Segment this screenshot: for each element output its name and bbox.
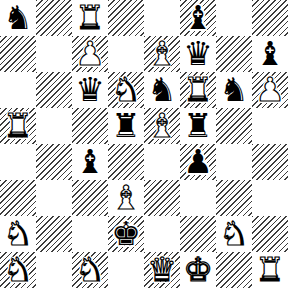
square-a6[interactable] bbox=[0, 72, 36, 108]
square-a8[interactable]: ♞ bbox=[0, 0, 36, 36]
square-e7[interactable]: ♝ bbox=[144, 36, 180, 72]
square-c5[interactable] bbox=[72, 108, 108, 144]
square-c2[interactable] bbox=[72, 216, 108, 252]
square-f7[interactable]: ♛ bbox=[180, 36, 216, 72]
square-f2[interactable] bbox=[180, 216, 216, 252]
square-b4[interactable] bbox=[36, 144, 72, 180]
white-bishop-icon: ♝ bbox=[147, 36, 177, 72]
square-d5[interactable]: ♜ bbox=[108, 108, 144, 144]
black-queen-icon: ♛ bbox=[75, 72, 105, 108]
square-g1[interactable] bbox=[216, 252, 252, 288]
square-a5[interactable]: ♜ bbox=[0, 108, 36, 144]
square-d3[interactable]: ♝ bbox=[108, 180, 144, 216]
white-pawn-icon: ♟ bbox=[75, 36, 105, 72]
square-d2[interactable]: ♚ bbox=[108, 216, 144, 252]
square-a7[interactable] bbox=[0, 36, 36, 72]
square-g5[interactable] bbox=[216, 108, 252, 144]
white-rook-icon: ♜ bbox=[75, 0, 105, 36]
square-h1[interactable]: ♜ bbox=[252, 252, 288, 288]
square-g7[interactable] bbox=[216, 36, 252, 72]
square-c3[interactable] bbox=[72, 180, 108, 216]
square-h5[interactable] bbox=[252, 108, 288, 144]
square-b5[interactable] bbox=[36, 108, 72, 144]
square-b1[interactable] bbox=[36, 252, 72, 288]
square-e1[interactable]: ♛ bbox=[144, 252, 180, 288]
square-h7[interactable]: ♝ bbox=[252, 36, 288, 72]
square-f1[interactable]: ♚ bbox=[180, 252, 216, 288]
square-b6[interactable] bbox=[36, 72, 72, 108]
black-knight-icon: ♞ bbox=[3, 0, 33, 36]
chess-board: ♞♜♝♟♝♛♝♛♞♞♜♞♟♜♜♝♜♝♟♝♞♚♞♞♞♛♚♜ bbox=[0, 0, 288, 288]
white-bishop-icon: ♝ bbox=[111, 180, 141, 216]
square-h2[interactable] bbox=[252, 216, 288, 252]
white-rook-icon: ♜ bbox=[3, 108, 33, 144]
square-f5[interactable]: ♜ bbox=[180, 108, 216, 144]
square-g4[interactable] bbox=[216, 144, 252, 180]
square-e3[interactable] bbox=[144, 180, 180, 216]
square-f4[interactable]: ♟ bbox=[180, 144, 216, 180]
black-bishop-icon: ♝ bbox=[255, 36, 285, 72]
square-b7[interactable] bbox=[36, 36, 72, 72]
square-f6[interactable]: ♜ bbox=[180, 72, 216, 108]
square-f8[interactable]: ♝ bbox=[180, 0, 216, 36]
square-h6[interactable]: ♟ bbox=[252, 72, 288, 108]
square-b3[interactable] bbox=[36, 180, 72, 216]
white-rook-icon: ♜ bbox=[255, 252, 285, 288]
square-e6[interactable]: ♞ bbox=[144, 72, 180, 108]
white-knight-icon: ♞ bbox=[111, 72, 141, 108]
square-f3[interactable] bbox=[180, 180, 216, 216]
square-e8[interactable] bbox=[144, 0, 180, 36]
square-d6[interactable]: ♞ bbox=[108, 72, 144, 108]
square-g6[interactable]: ♞ bbox=[216, 72, 252, 108]
square-d4[interactable] bbox=[108, 144, 144, 180]
black-bishop-icon: ♝ bbox=[183, 0, 213, 36]
square-a4[interactable] bbox=[0, 144, 36, 180]
white-queen-icon: ♛ bbox=[147, 252, 177, 288]
white-rook-icon: ♜ bbox=[183, 72, 213, 108]
square-d7[interactable] bbox=[108, 36, 144, 72]
black-knight-icon: ♞ bbox=[147, 72, 177, 108]
white-knight-icon: ♞ bbox=[75, 252, 105, 288]
square-b8[interactable] bbox=[36, 0, 72, 36]
square-h4[interactable] bbox=[252, 144, 288, 180]
square-g3[interactable] bbox=[216, 180, 252, 216]
white-knight-icon: ♞ bbox=[3, 216, 33, 252]
square-h8[interactable] bbox=[252, 0, 288, 36]
square-a1[interactable]: ♞ bbox=[0, 252, 36, 288]
square-e5[interactable]: ♝ bbox=[144, 108, 180, 144]
square-c1[interactable]: ♞ bbox=[72, 252, 108, 288]
square-h3[interactable] bbox=[252, 180, 288, 216]
square-d1[interactable] bbox=[108, 252, 144, 288]
black-bishop-icon: ♝ bbox=[75, 144, 105, 180]
white-king-icon: ♚ bbox=[183, 252, 213, 288]
square-a3[interactable] bbox=[0, 180, 36, 216]
square-a2[interactable]: ♞ bbox=[0, 216, 36, 252]
white-knight-icon: ♞ bbox=[3, 252, 33, 288]
black-rook-icon: ♜ bbox=[183, 108, 213, 144]
black-rook-icon: ♜ bbox=[111, 108, 141, 144]
square-g2[interactable]: ♞ bbox=[216, 216, 252, 252]
square-c4[interactable]: ♝ bbox=[72, 144, 108, 180]
black-pawn-icon: ♟ bbox=[183, 144, 213, 180]
black-queen-icon: ♛ bbox=[183, 36, 213, 72]
square-g8[interactable] bbox=[216, 0, 252, 36]
white-bishop-icon: ♝ bbox=[147, 108, 177, 144]
square-e4[interactable] bbox=[144, 144, 180, 180]
white-knight-icon: ♞ bbox=[219, 216, 249, 252]
square-d8[interactable] bbox=[108, 0, 144, 36]
square-c7[interactable]: ♟ bbox=[72, 36, 108, 72]
square-c6[interactable]: ♛ bbox=[72, 72, 108, 108]
black-knight-icon: ♞ bbox=[219, 72, 249, 108]
square-e2[interactable] bbox=[144, 216, 180, 252]
white-pawn-icon: ♟ bbox=[255, 72, 285, 108]
square-c8[interactable]: ♜ bbox=[72, 0, 108, 36]
square-b2[interactable] bbox=[36, 216, 72, 252]
black-king-icon: ♚ bbox=[111, 216, 141, 252]
